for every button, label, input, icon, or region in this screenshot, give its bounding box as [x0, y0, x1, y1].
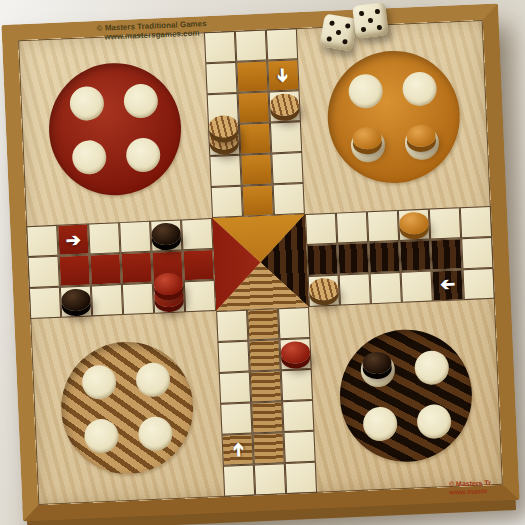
die-pip	[377, 25, 383, 31]
maker-credit-bottom: © Masters Tr www.maste	[449, 477, 525, 496]
die-2[interactable]	[352, 2, 389, 39]
die-pip	[336, 30, 342, 36]
die-pip	[368, 18, 374, 24]
die-pip	[345, 23, 351, 29]
die-pip	[326, 36, 332, 42]
die-pip	[358, 10, 364, 16]
die-pip	[375, 8, 381, 14]
die-pip	[329, 20, 335, 26]
die-1[interactable]	[319, 13, 357, 51]
die-pip	[360, 27, 366, 33]
die-pip	[342, 39, 348, 45]
photo-background: ➔ ➔ ➔ ➔ © Masters Traditional Games www.…	[0, 0, 525, 525]
dice-layer	[0, 0, 525, 525]
